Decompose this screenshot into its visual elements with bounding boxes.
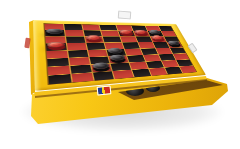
square-r3c3: ⛀ [85, 37, 104, 43]
square-r2c1: ⛂ [45, 30, 65, 36]
square-r2c6: ⛀ [133, 31, 149, 36]
black-checker-glyph: ⛂ [97, 62, 106, 69]
checker-red: ⛀ [86, 35, 102, 40]
red-checker-glyph: ⛀ [137, 30, 144, 35]
checker-black: ⛂ [167, 41, 180, 46]
checker-black: ⛂ [107, 48, 123, 54]
front-brand-sticker [97, 85, 112, 95]
black-checker-glyph: ⛂ [51, 29, 59, 34]
square-r3c5 [120, 37, 137, 43]
checker-black: ⛂ [148, 30, 161, 34]
red-checker-glyph: ⛀ [122, 30, 129, 35]
square-r4c2 [67, 43, 87, 50]
black-checker-glyph: ⛂ [151, 30, 158, 34]
square-r8c3 [93, 71, 114, 80]
square-r8c6 [149, 68, 167, 76]
black-checker-glyph: ⛂ [114, 54, 122, 60]
square-r2c5: ⛀ [118, 31, 135, 36]
square-r8c4 [113, 70, 133, 79]
red-checker-glyph: ⛀ [154, 35, 161, 40]
square-r4c1: ⛀ [46, 43, 67, 50]
checker-red: ⛀ [47, 42, 65, 48]
red-checker-glyph: ⛀ [90, 35, 98, 40]
square-r2c4 [101, 31, 118, 37]
square-r8c2 [72, 73, 94, 83]
checker-red: ⛀ [134, 30, 148, 35]
square-r8c8 [180, 66, 197, 73]
board-grid: ⛂⛀⛀⛂⛀⛀⛀⛂⛂⛂⛂ [43, 23, 197, 85]
square-r3c2 [66, 37, 85, 43]
square-r1c3 [83, 25, 101, 31]
checker-red: ⛀ [118, 30, 133, 35]
checker-black: ⛂ [109, 54, 126, 60]
checker-black: ⛂ [92, 62, 110, 69]
red-checker-glyph: ⛀ [52, 42, 61, 48]
checkers-product-photo: ⛂⛀⛀⛂⛀⛀⛀⛂⛂⛂⛂ [0, 0, 240, 149]
square-r2c8 [161, 31, 176, 36]
black-checker-glyph: ⛂ [112, 48, 120, 54]
checker-black: ⛂ [46, 29, 63, 34]
square-r8c1 [48, 74, 71, 84]
square-r1c2 [64, 24, 83, 30]
black-checker-glyph: ⛂ [170, 41, 177, 46]
square-r8c5 [132, 69, 151, 77]
square-r3c6 [136, 37, 152, 43]
back-frame-sticker [118, 11, 132, 20]
square-r3c4 [103, 37, 121, 43]
square-r2c2 [65, 30, 84, 36]
checker-red: ⛀ [151, 35, 165, 40]
